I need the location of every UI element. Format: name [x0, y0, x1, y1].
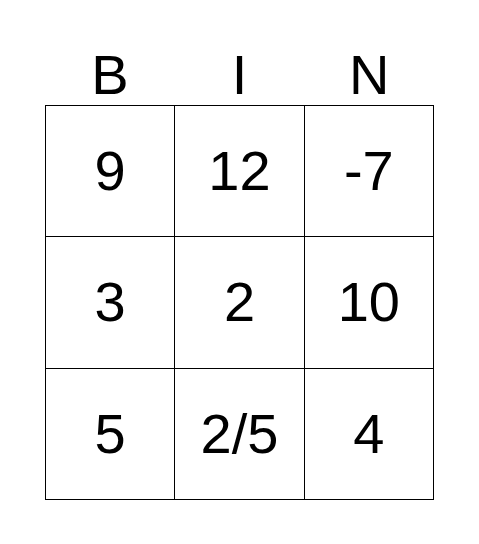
column-header-n: N	[304, 0, 434, 105]
cell-r2c3[interactable]: 10	[305, 237, 434, 368]
bingo-card: B I N 9 12 -7 3 2 10 5 2/5 4	[45, 0, 434, 500]
bingo-grid: 9 12 -7 3 2 10 5 2/5 4	[45, 105, 434, 500]
cell-r1c3[interactable]: -7	[305, 106, 434, 237]
column-headers: B I N	[45, 0, 434, 105]
cell-r3c2[interactable]: 2/5	[175, 369, 304, 500]
cell-r3c3[interactable]: 4	[305, 369, 434, 500]
cell-r2c2[interactable]: 2	[175, 237, 304, 368]
column-header-i: I	[175, 0, 305, 105]
cell-r1c2[interactable]: 12	[175, 106, 304, 237]
bingo-card-page: B I N 9 12 -7 3 2 10 5 2/5 4	[0, 0, 479, 544]
cell-r1c1[interactable]: 9	[46, 106, 175, 237]
cell-r3c1[interactable]: 5	[46, 369, 175, 500]
cell-r2c1[interactable]: 3	[46, 237, 175, 368]
column-header-b: B	[45, 0, 175, 105]
